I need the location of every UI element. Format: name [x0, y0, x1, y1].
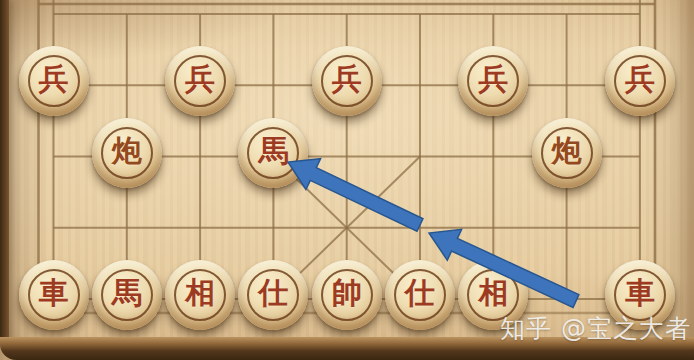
watermark-text: 知乎 @宝之大者 [500, 312, 691, 345]
xiangqi-board[interactable]: 兵兵兵兵兵炮馬炮車馬相仕帥仕相車 知乎 @宝之大者 [0, 0, 694, 360]
move-arrow [429, 229, 579, 307]
move-arrow [288, 159, 423, 232]
board-left-edge [0, 0, 9, 345]
move-arrows-layer [0, 0, 694, 360]
